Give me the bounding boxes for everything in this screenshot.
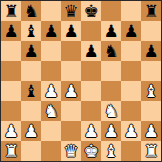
piece-white-knight[interactable]: ♞: [103, 101, 118, 121]
square-c5[interactable]: [41, 61, 61, 81]
square-h8[interactable]: ♜: [141, 1, 161, 21]
square-e2[interactable]: ♟: [81, 121, 101, 141]
square-h7[interactable]: [141, 21, 161, 41]
piece-black-bishop[interactable]: ♝: [23, 81, 38, 101]
square-d5[interactable]: [61, 61, 81, 81]
piece-white-pawn[interactable]: ♟: [103, 121, 118, 141]
piece-white-pawn[interactable]: ♟: [23, 121, 38, 141]
square-g4[interactable]: [121, 81, 141, 101]
piece-white-queen[interactable]: ♛: [63, 141, 78, 161]
piece-white-bishop[interactable]: ♝: [143, 81, 158, 101]
square-e1[interactable]: ♚: [81, 141, 101, 161]
square-g1[interactable]: [121, 141, 141, 161]
piece-white-pawn[interactable]: ♟: [123, 121, 138, 141]
square-f2[interactable]: ♟: [101, 121, 121, 141]
square-d1[interactable]: ♛: [61, 141, 81, 161]
chess-board-frame: ♜♞♛♚♜♟♝♟♟♟♟♟♟♞♟♝♟♟♝♞♞♟♟♟♟♟♟♜♛♚♝♜: [0, 0, 162, 162]
square-h6[interactable]: ♟: [141, 41, 161, 61]
piece-white-rook[interactable]: ♜: [3, 141, 18, 161]
square-a1[interactable]: ♜: [1, 141, 21, 161]
square-g6[interactable]: [121, 41, 141, 61]
square-f3[interactable]: ♞: [101, 101, 121, 121]
piece-black-pawn[interactable]: ♟: [143, 41, 158, 61]
piece-white-pawn[interactable]: ♟: [83, 121, 98, 141]
square-f5[interactable]: [101, 61, 121, 81]
square-d2[interactable]: [61, 121, 81, 141]
piece-white-pawn[interactable]: ♟: [3, 121, 18, 141]
piece-white-pawn[interactable]: ♟: [143, 121, 158, 141]
piece-white-rook[interactable]: ♜: [143, 141, 158, 161]
piece-black-pawn[interactable]: ♟: [63, 21, 78, 41]
square-e7[interactable]: [81, 21, 101, 41]
square-a3[interactable]: [1, 101, 21, 121]
square-b8[interactable]: ♞: [21, 1, 41, 21]
square-g5[interactable]: [121, 61, 141, 81]
square-h2[interactable]: ♟: [141, 121, 161, 141]
square-b6[interactable]: ♟: [21, 41, 41, 61]
square-e4[interactable]: [81, 81, 101, 101]
square-g3[interactable]: [121, 101, 141, 121]
piece-white-knight[interactable]: ♞: [43, 101, 58, 121]
square-a6[interactable]: [1, 41, 21, 61]
square-b1[interactable]: [21, 141, 41, 161]
piece-black-bishop[interactable]: ♝: [23, 21, 38, 41]
square-b3[interactable]: [21, 101, 41, 121]
square-b7[interactable]: ♝: [21, 21, 41, 41]
square-c8[interactable]: [41, 1, 61, 21]
square-e5[interactable]: [81, 61, 101, 81]
square-f8[interactable]: [101, 1, 121, 21]
square-a4[interactable]: [1, 81, 21, 101]
square-b2[interactable]: ♟: [21, 121, 41, 141]
square-c2[interactable]: [41, 121, 61, 141]
piece-black-king[interactable]: ♚: [83, 1, 98, 21]
square-c3[interactable]: ♞: [41, 101, 61, 121]
square-h5[interactable]: [141, 61, 161, 81]
square-e3[interactable]: [81, 101, 101, 121]
piece-white-pawn[interactable]: ♟: [43, 81, 58, 101]
piece-black-knight[interactable]: ♞: [103, 41, 118, 61]
square-b5[interactable]: [21, 61, 41, 81]
square-a5[interactable]: [1, 61, 21, 81]
square-c4[interactable]: ♟: [41, 81, 61, 101]
piece-white-king[interactable]: ♚: [83, 141, 98, 161]
piece-black-pawn[interactable]: ♟: [43, 21, 58, 41]
square-d4[interactable]: ♟: [61, 81, 81, 101]
piece-black-knight[interactable]: ♞: [23, 1, 38, 21]
square-a2[interactable]: ♟: [1, 121, 21, 141]
square-f4[interactable]: [101, 81, 121, 101]
piece-black-pawn[interactable]: ♟: [123, 21, 138, 41]
square-d8[interactable]: ♛: [61, 1, 81, 21]
square-g8[interactable]: [121, 1, 141, 21]
square-g7[interactable]: ♟: [121, 21, 141, 41]
piece-black-rook[interactable]: ♜: [143, 1, 158, 21]
piece-black-pawn[interactable]: ♟: [3, 21, 18, 41]
piece-white-pawn[interactable]: ♟: [63, 81, 78, 101]
square-b4[interactable]: ♝: [21, 81, 41, 101]
piece-white-bishop[interactable]: ♝: [103, 141, 118, 161]
square-c6[interactable]: [41, 41, 61, 61]
piece-black-rook[interactable]: ♜: [3, 1, 18, 21]
piece-black-pawn[interactable]: ♟: [23, 41, 38, 61]
square-f1[interactable]: ♝: [101, 141, 121, 161]
square-e6[interactable]: ♟: [81, 41, 101, 61]
square-g2[interactable]: ♟: [121, 121, 141, 141]
square-f7[interactable]: ♟: [101, 21, 121, 41]
square-h1[interactable]: ♜: [141, 141, 161, 161]
square-a8[interactable]: ♜: [1, 1, 21, 21]
square-d3[interactable]: [61, 101, 81, 121]
square-c1[interactable]: [41, 141, 61, 161]
square-d7[interactable]: ♟: [61, 21, 81, 41]
square-f6[interactable]: ♞: [101, 41, 121, 61]
chess-board: ♜♞♛♚♜♟♝♟♟♟♟♟♟♞♟♝♟♟♝♞♞♟♟♟♟♟♟♜♛♚♝♜: [1, 1, 161, 161]
piece-black-pawn[interactable]: ♟: [103, 21, 118, 41]
square-a7[interactable]: ♟: [1, 21, 21, 41]
piece-black-queen[interactable]: ♛: [63, 1, 78, 21]
piece-black-pawn[interactable]: ♟: [83, 41, 98, 61]
square-d6[interactable]: [61, 41, 81, 61]
square-c7[interactable]: ♟: [41, 21, 61, 41]
square-h3[interactable]: [141, 101, 161, 121]
square-h4[interactable]: ♝: [141, 81, 161, 101]
square-e8[interactable]: ♚: [81, 1, 101, 21]
